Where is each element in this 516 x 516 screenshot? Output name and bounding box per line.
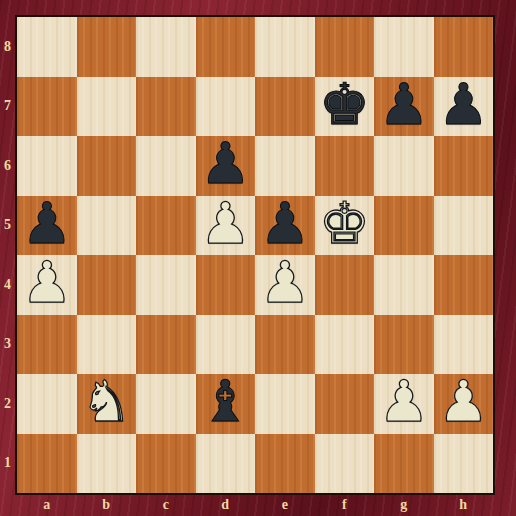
file-labels: abcdefgh [17,494,493,516]
rank-label-1: 1 [0,455,15,471]
piece-white-pawn[interactable]: ♟ [200,196,251,252]
square-g8[interactable] [374,17,434,77]
piece-black-pawn[interactable]: ♟ [200,136,251,192]
square-f3[interactable] [315,315,375,375]
square-a2[interactable] [17,374,77,434]
square-a4[interactable]: ♟ [17,255,77,315]
rank-labels: 87654321 [0,17,15,493]
square-d6[interactable]: ♟ [196,136,256,196]
square-a1[interactable] [17,434,77,494]
square-d4[interactable] [196,255,256,315]
square-h8[interactable] [434,17,494,77]
square-c5[interactable] [136,196,196,256]
square-h1[interactable] [434,434,494,494]
piece-white-pawn[interactable]: ♟ [378,374,429,430]
square-c3[interactable] [136,315,196,375]
square-g1[interactable] [374,434,434,494]
file-label-e: e [255,497,315,513]
file-label-h: h [434,497,494,513]
piece-black-king[interactable]: ♚ [319,77,370,133]
piece-black-pawn[interactable]: ♟ [378,77,429,133]
piece-black-pawn[interactable]: ♟ [259,196,310,252]
square-d2[interactable]: ♝ [196,374,256,434]
square-d8[interactable] [196,17,256,77]
rank-label-8: 8 [0,39,15,55]
square-f2[interactable] [315,374,375,434]
chess-board-frame: 87654321 ♚♟♟♟♟♟♟♚♟♟♞♝♟♟ abcdefgh [0,0,516,516]
rank-label-3: 3 [0,336,15,352]
square-a6[interactable] [17,136,77,196]
piece-white-pawn[interactable]: ♟ [259,255,310,311]
square-b1[interactable] [77,434,137,494]
rank-label-2: 2 [0,396,15,412]
square-f1[interactable] [315,434,375,494]
file-label-d: d [196,497,256,513]
piece-white-pawn[interactable]: ♟ [21,255,72,311]
square-b6[interactable] [77,136,137,196]
file-label-f: f [315,497,375,513]
square-d3[interactable] [196,315,256,375]
piece-white-king[interactable]: ♚ [319,196,370,252]
square-a3[interactable] [17,315,77,375]
board: ♚♟♟♟♟♟♟♚♟♟♞♝♟♟ [15,15,495,495]
square-g3[interactable] [374,315,434,375]
square-g2[interactable]: ♟ [374,374,434,434]
file-label-c: c [136,497,196,513]
square-g7[interactable]: ♟ [374,77,434,137]
square-c4[interactable] [136,255,196,315]
square-d1[interactable] [196,434,256,494]
square-b3[interactable] [77,315,137,375]
square-c7[interactable] [136,77,196,137]
square-e3[interactable] [255,315,315,375]
square-h3[interactable] [434,315,494,375]
file-label-a: a [17,497,77,513]
square-c6[interactable] [136,136,196,196]
square-f4[interactable] [315,255,375,315]
square-c1[interactable] [136,434,196,494]
square-a7[interactable] [17,77,77,137]
piece-black-pawn[interactable]: ♟ [21,196,72,252]
square-g6[interactable] [374,136,434,196]
piece-black-pawn[interactable]: ♟ [438,77,489,133]
piece-white-knight[interactable]: ♞ [81,374,132,430]
square-e4[interactable]: ♟ [255,255,315,315]
square-g5[interactable] [374,196,434,256]
square-g4[interactable] [374,255,434,315]
square-f6[interactable] [315,136,375,196]
square-b8[interactable] [77,17,137,77]
square-c8[interactable] [136,17,196,77]
piece-white-pawn[interactable]: ♟ [438,374,489,430]
square-b7[interactable] [77,77,137,137]
rank-label-6: 6 [0,158,15,174]
square-h5[interactable] [434,196,494,256]
square-a8[interactable] [17,17,77,77]
rank-label-5: 5 [0,217,15,233]
square-b4[interactable] [77,255,137,315]
square-d5[interactable]: ♟ [196,196,256,256]
file-label-g: g [374,497,434,513]
square-b2[interactable]: ♞ [77,374,137,434]
square-a5[interactable]: ♟ [17,196,77,256]
square-h7[interactable]: ♟ [434,77,494,137]
square-e2[interactable] [255,374,315,434]
square-h6[interactable] [434,136,494,196]
square-f8[interactable] [315,17,375,77]
square-e7[interactable] [255,77,315,137]
square-f5[interactable]: ♚ [315,196,375,256]
square-e6[interactable] [255,136,315,196]
square-h2[interactable]: ♟ [434,374,494,434]
square-c2[interactable] [136,374,196,434]
rank-label-4: 4 [0,277,15,293]
square-h4[interactable] [434,255,494,315]
rank-label-7: 7 [0,98,15,114]
file-label-b: b [77,497,137,513]
square-d7[interactable] [196,77,256,137]
square-b5[interactable] [77,196,137,256]
square-f7[interactable]: ♚ [315,77,375,137]
square-e1[interactable] [255,434,315,494]
square-e8[interactable] [255,17,315,77]
square-e5[interactable]: ♟ [255,196,315,256]
piece-black-bishop[interactable]: ♝ [200,374,251,430]
